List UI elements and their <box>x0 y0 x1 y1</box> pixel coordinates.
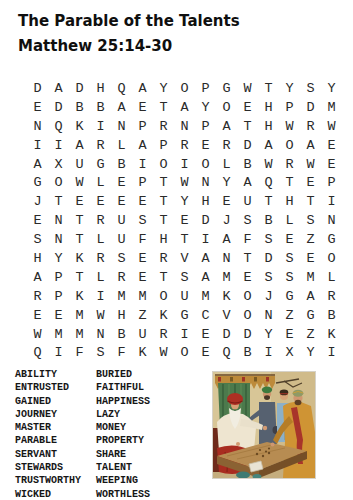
grid-cell: E <box>300 173 321 192</box>
grid-cell: L <box>90 230 111 249</box>
grid-cell: W <box>258 155 279 174</box>
grid-cell: R <box>153 325 174 344</box>
grid-cell: A <box>69 136 90 155</box>
grid-cell: J <box>216 211 237 230</box>
grid-cell: D <box>69 79 90 98</box>
grid-cell: Z <box>132 306 153 325</box>
grid-cell: D <box>48 98 69 117</box>
grid-cell: G <box>27 173 48 192</box>
grid-cell: H <box>258 98 279 117</box>
word-list-item: PROPERTY <box>96 434 150 447</box>
grid-cell: S <box>132 211 153 230</box>
grid-cell: M <box>300 268 321 287</box>
grid-cell: A <box>300 287 321 306</box>
grid-cell: U <box>111 230 132 249</box>
grid-cell: E <box>321 155 342 174</box>
word-list-item: HAPPINESS <box>96 395 150 408</box>
grid-cell: N <box>195 173 216 192</box>
word-list-column-1: ABILITYENTRUSTEDGAINEDJOURNEYMASTERPARAB… <box>15 368 81 500</box>
grid-cell: Z <box>300 325 321 344</box>
grid-cell: W <box>153 343 174 362</box>
grid-cell: P <box>48 268 69 287</box>
word-search-grid: DADHQAYOPGWTYSYEDBBAETAYOEHPDMNQKINPRNPA… <box>27 79 342 362</box>
grid-cell: S <box>174 268 195 287</box>
grid-cell: A <box>195 249 216 268</box>
grid-cell: H <box>258 117 279 136</box>
grid-cell: B <box>321 306 342 325</box>
grid-cell: T <box>153 98 174 117</box>
grid-cell: Y <box>216 173 237 192</box>
grid-cell: R <box>321 287 342 306</box>
grid-cell: O <box>174 343 195 362</box>
grid-cell: N <box>174 117 195 136</box>
grid-cell: I <box>258 343 279 362</box>
grid-cell: O <box>48 173 69 192</box>
grid-cell: O <box>237 287 258 306</box>
grid-cell: L <box>216 155 237 174</box>
worksheet-page: The Parable of the Talents Matthew 25:14… <box>0 0 353 500</box>
grid-cell: T <box>258 79 279 98</box>
grid-cell: S <box>258 230 279 249</box>
grid-cell: M <box>111 287 132 306</box>
word-list-item: WORTHLESS <box>96 488 150 500</box>
grid-cell: R <box>90 211 111 230</box>
grid-cell: C <box>195 306 216 325</box>
grid-cell: A <box>27 268 48 287</box>
grid-cell: B <box>111 325 132 344</box>
grid-cell: S <box>300 79 321 98</box>
grid-cell: I <box>174 155 195 174</box>
word-list-item: JOURNEY <box>15 408 81 421</box>
grid-cell: Y <box>321 79 342 98</box>
grid-cell: W <box>237 79 258 98</box>
word-list-item: STEWARDS <box>15 461 81 474</box>
grid-cell: E <box>195 343 216 362</box>
grid-cell: Q <box>27 343 48 362</box>
grid-cell: O <box>153 155 174 174</box>
grid-cell: K <box>321 325 342 344</box>
grid-cell: Z <box>279 306 300 325</box>
grid-cell: T <box>153 192 174 211</box>
grid-cell: O <box>195 155 216 174</box>
word-list-item: FAITHFUL <box>96 381 150 394</box>
grid-cell: S <box>258 268 279 287</box>
grid-cell: L <box>90 173 111 192</box>
grid-cell: M <box>216 268 237 287</box>
grid-cell: T <box>153 173 174 192</box>
grid-cell: K <box>132 343 153 362</box>
grid-cell: P <box>48 287 69 306</box>
grid-cell: B <box>258 211 279 230</box>
grid-cell: N <box>258 306 279 325</box>
grid-cell: K <box>69 117 90 136</box>
grid-cell: G <box>90 155 111 174</box>
grid-cell: Q <box>258 173 279 192</box>
grid-cell: O <box>321 249 342 268</box>
word-list-item: BURIED <box>96 368 150 381</box>
grid-cell: L <box>321 268 342 287</box>
grid-cell: M <box>69 325 90 344</box>
grid-cell: A <box>132 136 153 155</box>
grid-cell: B <box>237 343 258 362</box>
grid-cell: B <box>69 98 90 117</box>
grid-cell: R <box>90 136 111 155</box>
grid-cell: E <box>132 249 153 268</box>
grid-cell: E <box>132 268 153 287</box>
grid-cell: A <box>27 155 48 174</box>
grid-cell: U <box>237 192 258 211</box>
word-list-item: ABILITY <box>15 368 81 381</box>
grid-cell: E <box>27 211 48 230</box>
word-list-item: MASTER <box>15 421 81 434</box>
grid-cell: W <box>90 306 111 325</box>
grid-cell: R <box>300 117 321 136</box>
grid-cell: T <box>300 192 321 211</box>
grid-cell: P <box>153 136 174 155</box>
grid-cell: U <box>132 325 153 344</box>
grid-cell: Y <box>258 325 279 344</box>
grid-cell: L <box>90 268 111 287</box>
grid-cell: F <box>237 230 258 249</box>
grid-cell: A <box>48 79 69 98</box>
grid-cell: M <box>195 287 216 306</box>
grid-cell: P <box>279 98 300 117</box>
grid-cell: W <box>69 173 90 192</box>
grid-cell: R <box>111 268 132 287</box>
grid-cell: N <box>90 325 111 344</box>
grid-cell: I <box>27 136 48 155</box>
grid-cell: S <box>90 343 111 362</box>
word-list-item: SHARE <box>96 448 150 461</box>
grid-cell: F <box>111 343 132 362</box>
grid-cell: P <box>195 79 216 98</box>
grid-cell: O <box>216 98 237 117</box>
grid-cell: I <box>90 287 111 306</box>
grid-cell: K <box>69 287 90 306</box>
grid-cell: F <box>132 230 153 249</box>
grid-cell: R <box>174 136 195 155</box>
word-list-item: PARABLE <box>15 434 81 447</box>
grid-cell: S <box>237 211 258 230</box>
grid-cell: G <box>300 306 321 325</box>
grid-cell: A <box>111 98 132 117</box>
grid-cell: W <box>27 325 48 344</box>
word-list-item: TRUSTWORTHY <box>15 474 81 487</box>
grid-cell: A <box>195 268 216 287</box>
grid-cell: Y <box>300 343 321 362</box>
grid-cell: W <box>300 155 321 174</box>
grid-cell: T <box>237 249 258 268</box>
grid-cell: T <box>174 230 195 249</box>
grid-cell: D <box>237 325 258 344</box>
grid-cell: I <box>321 192 342 211</box>
grid-cell: E <box>132 98 153 117</box>
grid-cell: E <box>111 192 132 211</box>
grid-cell: R <box>216 136 237 155</box>
word-list-item: SERVANT <box>15 448 81 461</box>
grid-cell: M <box>69 306 90 325</box>
grid-cell: J <box>258 287 279 306</box>
grid-cell: A <box>237 173 258 192</box>
grid-cell: U <box>174 287 195 306</box>
grid-cell: R <box>90 249 111 268</box>
grid-cell: X <box>279 343 300 362</box>
grid-cell: T <box>153 211 174 230</box>
grid-cell: D <box>300 98 321 117</box>
grid-cell: N <box>321 211 342 230</box>
grid-cell: Y <box>153 79 174 98</box>
grid-cell: A <box>174 98 195 117</box>
parable-illustration <box>212 371 316 479</box>
word-list-item: ENTRUSTED <box>15 381 81 394</box>
grid-cell: E <box>279 325 300 344</box>
word-list-column-2: BURIEDFAITHFULHAPPINESSLAZYMONEYPROPERTY… <box>96 368 150 500</box>
grid-cell: O <box>279 136 300 155</box>
grid-cell: H <box>195 192 216 211</box>
grid-cell: H <box>111 306 132 325</box>
grid-cell: T <box>48 192 69 211</box>
grid-cell: T <box>69 211 90 230</box>
grid-cell: E <box>300 249 321 268</box>
grid-cell: W <box>321 117 342 136</box>
word-list-item: LAZY <box>96 408 150 421</box>
grid-cell: I <box>132 155 153 174</box>
word-list-item: WICKED <box>15 488 81 500</box>
grid-cell: T <box>258 192 279 211</box>
grid-cell: Q <box>111 79 132 98</box>
grid-cell: N <box>111 117 132 136</box>
grid-cell: K <box>153 306 174 325</box>
grid-cell: A <box>216 230 237 249</box>
grid-cell: A <box>300 136 321 155</box>
grid-cell: E <box>216 192 237 211</box>
grid-cell: D <box>27 79 48 98</box>
grid-cell: Z <box>300 230 321 249</box>
grid-cell: F <box>69 343 90 362</box>
grid-cell: T <box>69 268 90 287</box>
grid-cell: S <box>300 211 321 230</box>
grid-cell: X <box>48 155 69 174</box>
grid-cell: W <box>174 173 195 192</box>
grid-cell: A <box>216 117 237 136</box>
grid-cell: I <box>48 343 69 362</box>
grid-cell: D <box>216 325 237 344</box>
grid-cell: B <box>111 155 132 174</box>
word-list-item: GAINED <box>15 395 81 408</box>
grid-cell: H <box>27 249 48 268</box>
grid-cell: G <box>216 79 237 98</box>
grid-cell: S <box>27 230 48 249</box>
grid-cell: E <box>237 268 258 287</box>
grid-cell: S <box>279 268 300 287</box>
grid-cell: E <box>27 306 48 325</box>
grid-cell: E <box>174 211 195 230</box>
grid-cell: N <box>27 117 48 136</box>
word-list-item: TALENT <box>96 461 150 474</box>
grid-cell: P <box>195 117 216 136</box>
grid-cell: S <box>111 249 132 268</box>
grid-cell: U <box>69 155 90 174</box>
grid-cell: Q <box>216 343 237 362</box>
grid-cell: J <box>27 192 48 211</box>
grid-cell: I <box>321 343 342 362</box>
grid-cell: Y <box>174 192 195 211</box>
grid-cell: P <box>132 173 153 192</box>
grid-cell: W <box>279 117 300 136</box>
grid-cell: K <box>69 249 90 268</box>
grid-cell: I <box>174 325 195 344</box>
page-title: The Parable of the Talents <box>18 12 240 30</box>
scripture-reference: Matthew 25:14-30 <box>18 37 172 55</box>
grid-cell: Q <box>48 117 69 136</box>
grid-cell: T <box>279 173 300 192</box>
grid-cell: V <box>174 249 195 268</box>
grid-cell: G <box>174 306 195 325</box>
grid-cell: V <box>216 306 237 325</box>
grid-cell: P <box>321 173 342 192</box>
word-list-item: MONEY <box>96 421 150 434</box>
grid-cell: H <box>90 79 111 98</box>
grid-cell: O <box>237 306 258 325</box>
grid-cell: A <box>258 136 279 155</box>
grid-cell: N <box>216 249 237 268</box>
grid-cell: D <box>237 136 258 155</box>
grid-cell: E <box>237 98 258 117</box>
word-list-item: WEEPING <box>96 474 150 487</box>
grid-cell: O <box>153 287 174 306</box>
grid-cell: I <box>48 136 69 155</box>
grid-cell: I <box>195 230 216 249</box>
grid-cell: E <box>90 192 111 211</box>
grid-cell: I <box>90 117 111 136</box>
grid-cell: L <box>279 211 300 230</box>
grid-cell: T <box>69 230 90 249</box>
grid-cell: E <box>111 173 132 192</box>
grid-cell: S <box>279 249 300 268</box>
grid-cell: D <box>195 211 216 230</box>
grid-cell: A <box>132 79 153 98</box>
grid-cell: Y <box>48 249 69 268</box>
grid-cell: P <box>132 117 153 136</box>
grid-cell: R <box>153 249 174 268</box>
grid-cell: O <box>174 79 195 98</box>
grid-cell: M <box>321 98 342 117</box>
grid-cell: L <box>111 136 132 155</box>
grid-cell: E <box>279 230 300 249</box>
grid-cell: E <box>69 192 90 211</box>
grid-cell: E <box>48 306 69 325</box>
grid-cell: E <box>27 98 48 117</box>
grid-cell: B <box>237 155 258 174</box>
grid-cell: H <box>279 192 300 211</box>
grid-cell: E <box>195 325 216 344</box>
grid-cell: U <box>111 211 132 230</box>
grid-cell: E <box>321 136 342 155</box>
grid-cell: B <box>90 98 111 117</box>
grid-cell: E <box>195 136 216 155</box>
grid-cell: R <box>153 117 174 136</box>
grid-cell: N <box>48 230 69 249</box>
grid-cell: K <box>216 287 237 306</box>
grid-cell: T <box>153 268 174 287</box>
grid-cell: M <box>132 287 153 306</box>
grid-cell: Y <box>279 79 300 98</box>
grid-cell: E <box>132 192 153 211</box>
grid-cell: G <box>279 287 300 306</box>
grid-cell: G <box>321 230 342 249</box>
grid-cell: N <box>48 211 69 230</box>
grid-cell: D <box>258 249 279 268</box>
grid-cell: R <box>279 155 300 174</box>
grid-cell: M <box>48 325 69 344</box>
grid-cell: H <box>153 230 174 249</box>
grid-cell: Y <box>195 98 216 117</box>
grid-cell: R <box>27 287 48 306</box>
grid-cell: T <box>237 117 258 136</box>
